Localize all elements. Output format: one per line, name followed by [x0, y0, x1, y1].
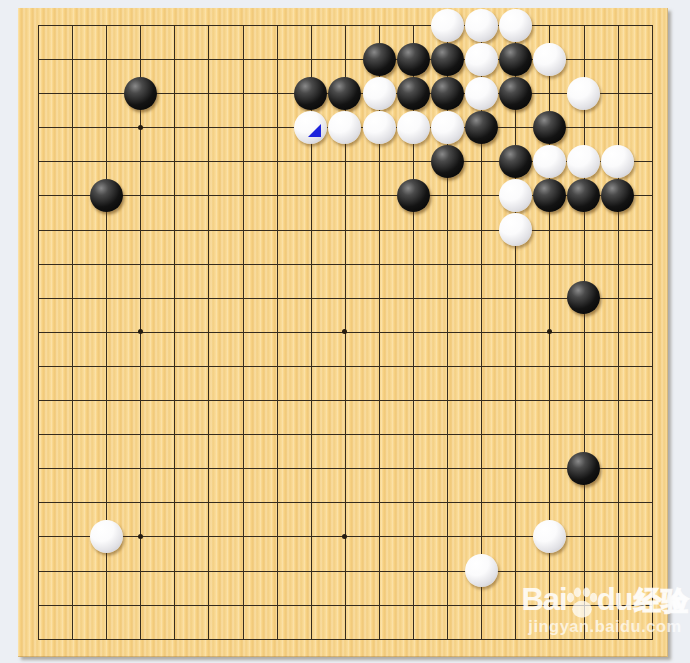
go-board[interactable]: [18, 8, 668, 657]
black-stone: [328, 77, 361, 110]
black-stone: [363, 43, 396, 76]
black-stone: [499, 43, 532, 76]
black-stone: [90, 179, 123, 212]
black-stone: [601, 179, 634, 212]
black-stone: [431, 145, 464, 178]
black-stone: [431, 77, 464, 110]
white-stone: [465, 9, 498, 42]
white-stone: [363, 111, 396, 144]
last-move-marker: [308, 124, 321, 137]
black-stone: [397, 179, 430, 212]
white-stone: [499, 9, 532, 42]
white-stone: [431, 9, 464, 42]
white-stone: [397, 111, 430, 144]
star-point: [138, 125, 143, 130]
black-stone: [431, 43, 464, 76]
black-stone: [397, 43, 430, 76]
white-stone: [465, 554, 498, 587]
star-point: [138, 534, 143, 539]
black-stone: [499, 145, 532, 178]
white-stone: [431, 111, 464, 144]
white-stone: [533, 145, 566, 178]
white-stone: [499, 179, 532, 212]
black-stone: [533, 179, 566, 212]
white-stone: [567, 77, 600, 110]
black-stone: [294, 77, 327, 110]
screenshot-root: Bai du 经验 jingyan.baidu.com: [0, 0, 690, 663]
black-stone: [567, 179, 600, 212]
black-stone: [499, 77, 532, 110]
white-stone: [363, 77, 396, 110]
white-stone: [294, 111, 327, 144]
black-stone: [397, 77, 430, 110]
white-stone: [567, 145, 600, 178]
white-stone: [328, 111, 361, 144]
white-stone: [533, 520, 566, 553]
black-stone: [465, 111, 498, 144]
white-stone: [90, 520, 123, 553]
white-stone: [601, 145, 634, 178]
black-stone: [567, 452, 600, 485]
white-stone: [465, 43, 498, 76]
black-stone: [124, 77, 157, 110]
white-stone: [533, 43, 566, 76]
black-stone: [533, 111, 566, 144]
white-stone: [499, 213, 532, 246]
white-stone: [465, 77, 498, 110]
